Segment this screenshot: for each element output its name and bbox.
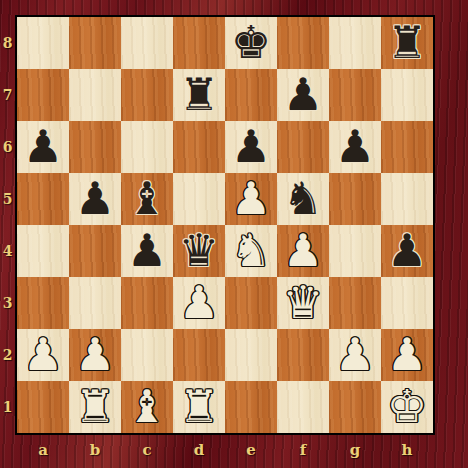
piece-white-pawn[interactable]: ♟: [329, 329, 381, 381]
square-e7[interactable]: [225, 69, 277, 121]
file-label-e: e: [225, 435, 277, 466]
rank-label-6: 6: [0, 121, 15, 173]
square-a8[interactable]: [17, 17, 69, 69]
square-g1[interactable]: [329, 381, 381, 433]
square-c6[interactable]: [121, 121, 173, 173]
piece-white-pawn[interactable]: ♟: [225, 173, 277, 225]
square-g8[interactable]: [329, 17, 381, 69]
square-d4[interactable]: ♛: [173, 225, 225, 277]
piece-black-rook[interactable]: ♜: [381, 17, 433, 69]
file-label-a: a: [17, 435, 69, 466]
piece-white-bishop[interactable]: ♝: [121, 381, 173, 433]
square-h1[interactable]: ♚: [381, 381, 433, 433]
square-e5[interactable]: ♟: [225, 173, 277, 225]
file-label-g: g: [329, 435, 381, 466]
piece-black-pawn[interactable]: ♟: [277, 69, 329, 121]
square-d1[interactable]: ♜: [173, 381, 225, 433]
rank-label-1: 1: [0, 381, 15, 433]
file-label-f: f: [277, 435, 329, 466]
piece-white-pawn[interactable]: ♟: [381, 329, 433, 381]
square-d8[interactable]: [173, 17, 225, 69]
square-h5[interactable]: [381, 173, 433, 225]
square-f6[interactable]: [277, 121, 329, 173]
square-g2[interactable]: ♟: [329, 329, 381, 381]
square-f4[interactable]: ♟: [277, 225, 329, 277]
square-b3[interactable]: [69, 277, 121, 329]
square-g7[interactable]: [329, 69, 381, 121]
square-g4[interactable]: [329, 225, 381, 277]
piece-white-pawn[interactable]: ♟: [69, 329, 121, 381]
piece-black-king[interactable]: ♚: [225, 17, 277, 69]
square-e1[interactable]: [225, 381, 277, 433]
square-c3[interactable]: [121, 277, 173, 329]
square-f8[interactable]: [277, 17, 329, 69]
square-a2[interactable]: ♟: [17, 329, 69, 381]
square-c5[interactable]: ♝: [121, 173, 173, 225]
piece-black-pawn[interactable]: ♟: [69, 173, 121, 225]
square-e6[interactable]: ♟: [225, 121, 277, 173]
file-label-d: d: [173, 435, 225, 466]
square-f7[interactable]: ♟: [277, 69, 329, 121]
piece-white-pawn[interactable]: ♟: [17, 329, 69, 381]
square-a6[interactable]: ♟: [17, 121, 69, 173]
chess-board-window: ♚♜♜♟♟♟♟♟♝♟♞♟♛♞♟♟♟♛♟♟♟♟♜♝♜♚ 87654321abcde…: [0, 0, 468, 468]
square-e2[interactable]: [225, 329, 277, 381]
piece-white-rook[interactable]: ♜: [173, 381, 225, 433]
square-b8[interactable]: [69, 17, 121, 69]
chess-board: ♚♜♜♟♟♟♟♟♝♟♞♟♛♞♟♟♟♛♟♟♟♟♜♝♜♚: [17, 17, 433, 433]
square-c2[interactable]: [121, 329, 173, 381]
square-d3[interactable]: ♟: [173, 277, 225, 329]
piece-black-pawn[interactable]: ♟: [17, 121, 69, 173]
square-g3[interactable]: [329, 277, 381, 329]
square-h4[interactable]: ♟: [381, 225, 433, 277]
piece-black-bishop[interactable]: ♝: [121, 173, 173, 225]
square-e8[interactable]: ♚: [225, 17, 277, 69]
square-d6[interactable]: [173, 121, 225, 173]
rank-label-2: 2: [0, 329, 15, 381]
square-h7[interactable]: [381, 69, 433, 121]
rank-label-8: 8: [0, 17, 15, 69]
file-label-c: c: [121, 435, 173, 466]
square-h3[interactable]: [381, 277, 433, 329]
piece-black-pawn[interactable]: ♟: [225, 121, 277, 173]
piece-white-pawn[interactable]: ♟: [173, 277, 225, 329]
piece-black-queen[interactable]: ♛: [173, 225, 225, 277]
piece-black-knight[interactable]: ♞: [277, 173, 329, 225]
piece-black-rook[interactable]: ♜: [173, 69, 225, 121]
square-f3[interactable]: ♛: [277, 277, 329, 329]
square-g5[interactable]: [329, 173, 381, 225]
square-b7[interactable]: [69, 69, 121, 121]
square-h2[interactable]: ♟: [381, 329, 433, 381]
square-a1[interactable]: [17, 381, 69, 433]
rank-label-5: 5: [0, 173, 15, 225]
square-a5[interactable]: [17, 173, 69, 225]
piece-white-rook[interactable]: ♜: [69, 381, 121, 433]
square-g6[interactable]: ♟: [329, 121, 381, 173]
square-e3[interactable]: [225, 277, 277, 329]
rank-label-3: 3: [0, 277, 15, 329]
square-h6[interactable]: [381, 121, 433, 173]
square-a3[interactable]: [17, 277, 69, 329]
piece-white-king[interactable]: ♚: [381, 381, 433, 433]
square-b5[interactable]: ♟: [69, 173, 121, 225]
rank-label-4: 4: [0, 225, 15, 277]
square-c1[interactable]: ♝: [121, 381, 173, 433]
piece-white-knight[interactable]: ♞: [225, 225, 277, 277]
square-h8[interactable]: ♜: [381, 17, 433, 69]
square-b4[interactable]: [69, 225, 121, 277]
square-e4[interactable]: ♞: [225, 225, 277, 277]
piece-white-queen[interactable]: ♛: [277, 277, 329, 329]
square-f1[interactable]: [277, 381, 329, 433]
square-a7[interactable]: [17, 69, 69, 121]
square-c4[interactable]: ♟: [121, 225, 173, 277]
square-b1[interactable]: ♜: [69, 381, 121, 433]
file-label-h: h: [381, 435, 433, 466]
square-d7[interactable]: ♜: [173, 69, 225, 121]
square-d2[interactable]: [173, 329, 225, 381]
rank-label-7: 7: [0, 69, 15, 121]
file-label-b: b: [69, 435, 121, 466]
piece-white-pawn[interactable]: ♟: [277, 225, 329, 277]
square-c8[interactable]: [121, 17, 173, 69]
square-f5[interactable]: ♞: [277, 173, 329, 225]
piece-black-pawn[interactable]: ♟: [381, 225, 433, 277]
piece-black-pawn[interactable]: ♟: [329, 121, 381, 173]
square-a4[interactable]: [17, 225, 69, 277]
piece-black-pawn[interactable]: ♟: [121, 225, 173, 277]
square-b6[interactable]: [69, 121, 121, 173]
square-f2[interactable]: [277, 329, 329, 381]
square-c7[interactable]: [121, 69, 173, 121]
square-d5[interactable]: [173, 173, 225, 225]
square-b2[interactable]: ♟: [69, 329, 121, 381]
